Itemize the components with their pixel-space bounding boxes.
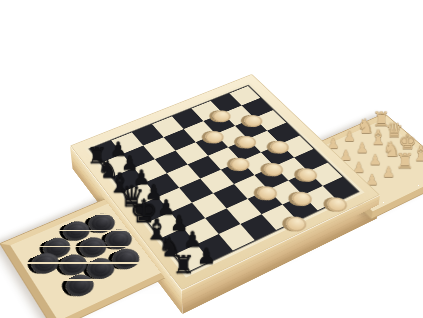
scene: ♟♟♟♟♟♟♟♟♜♞♝♛♚♝♞♜ ♜♛♚♝♞♝♞♜♟♟♟♟♟♟♟♟ <box>0 0 423 318</box>
product-photo-chess-draughts-box: { "page": {"background": "#ffffff", "des… <box>0 0 423 318</box>
black-rook-glyph: ♜ <box>166 252 201 277</box>
